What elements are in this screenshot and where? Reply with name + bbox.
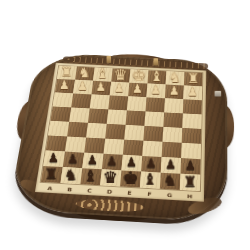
square-d6[interactable]	[108, 95, 128, 110]
square-e7[interactable]: ♟	[128, 83, 147, 98]
square-d4[interactable]	[105, 124, 125, 140]
white-pawn[interactable]: ♟	[92, 77, 110, 95]
file-label-f: F	[139, 189, 160, 198]
black-knight[interactable]: ♞	[160, 170, 180, 190]
square-e1[interactable]: ♚	[120, 170, 141, 187]
file-label-b: B	[59, 185, 80, 194]
square-f7[interactable]: ♟	[146, 84, 165, 99]
square-b7[interactable]: ♟	[73, 80, 93, 95]
square-e6[interactable]	[127, 96, 147, 111]
folding-chess-board: ♜♞♝♛♚♝♞♜♟♟♟♟♟♟♟♟♟♟♟♟♟♟♟♟♜♞♝♛♚♝♞♜ ABCDEFG…	[8, 52, 227, 223]
square-f6[interactable]	[145, 97, 164, 112]
black-knight[interactable]: ♞	[61, 164, 81, 184]
white-pawn[interactable]: ♟	[110, 78, 128, 96]
hinge-icon	[154, 58, 159, 66]
square-b5[interactable]	[69, 107, 90, 122]
white-pawn[interactable]: ♟	[73, 76, 91, 94]
white-pawn[interactable]: ♟	[128, 79, 146, 97]
square-g6[interactable]	[164, 98, 183, 113]
square-g1[interactable]: ♞	[160, 173, 181, 190]
black-rook[interactable]: ♜	[180, 171, 200, 191]
file-label-e: E	[119, 188, 140, 197]
square-c4[interactable]	[86, 123, 107, 139]
square-a5[interactable]	[50, 106, 71, 121]
square-h4[interactable]	[182, 128, 202, 144]
file-label-a: A	[39, 184, 60, 193]
black-bishop[interactable]: ♝	[140, 169, 160, 189]
square-b1[interactable]: ♞	[61, 167, 83, 184]
black-rook[interactable]: ♜	[41, 163, 61, 183]
carved-walnut-frame: ♜♞♝♛♚♝♞♜♟♟♟♟♟♟♟♟♟♟♟♟♟♟♟♟♜♞♝♛♚♝♞♜ ABCDEFG…	[8, 52, 227, 223]
square-f5[interactable]	[144, 111, 164, 126]
square-f4[interactable]	[143, 126, 163, 142]
file-label-g: G	[159, 190, 179, 199]
square-e5[interactable]	[126, 110, 146, 125]
white-pawn[interactable]: ♟	[147, 80, 165, 98]
square-h7[interactable]: ♟	[183, 86, 202, 101]
white-pawn[interactable]: ♟	[55, 75, 73, 93]
square-h5[interactable]	[182, 113, 201, 129]
square-a1[interactable]: ♜	[41, 166, 63, 183]
square-h1[interactable]: ♜	[180, 174, 200, 191]
square-c6[interactable]	[90, 94, 110, 109]
square-d1[interactable]: ♛	[100, 169, 121, 186]
hinge-icon	[107, 56, 112, 64]
square-a7[interactable]: ♟	[55, 79, 75, 94]
square-g5[interactable]	[163, 112, 182, 127]
black-queen[interactable]: ♛	[100, 167, 120, 187]
black-king[interactable]: ♚	[120, 168, 140, 188]
square-b4[interactable]	[67, 122, 88, 138]
square-b6[interactable]	[71, 93, 91, 108]
chess-board-grid: ♜♞♝♛♚♝♞♜♟♟♟♟♟♟♟♟♟♟♟♟♟♟♟♟♜♞♝♛♚♝♞♜	[41, 66, 203, 191]
file-label-h: H	[179, 192, 199, 201]
square-d5[interactable]	[107, 109, 127, 124]
square-c5[interactable]	[88, 108, 108, 123]
square-a4[interactable]	[48, 121, 69, 137]
square-g7[interactable]: ♟	[165, 85, 184, 100]
black-bishop[interactable]: ♝	[81, 166, 101, 186]
square-f1[interactable]: ♝	[140, 172, 161, 189]
file-label-d: D	[99, 187, 120, 196]
square-g4[interactable]	[162, 127, 182, 143]
square-d7[interactable]: ♟	[110, 82, 130, 97]
white-pawn[interactable]: ♟	[165, 81, 183, 99]
perspective-scene: ♜♞♝♛♚♝♞♜♟♟♟♟♟♟♟♟♟♟♟♟♟♟♟♟♜♞♝♛♚♝♞♜ ABCDEFG…	[0, 0, 250, 250]
product-photo-chess-set: ♜♞♝♛♚♝♞♜♟♟♟♟♟♟♟♟♟♟♟♟♟♟♟♟♜♞♝♛♚♝♞♜ ABCDEFG…	[0, 0, 250, 250]
light-border-strip: ♜♞♝♛♚♝♞♜♟♟♟♟♟♟♟♟♟♟♟♟♟♟♟♟♜♞♝♛♚♝♞♜ ABCDEFG…	[35, 63, 206, 202]
square-c1[interactable]: ♝	[80, 168, 102, 185]
square-c7[interactable]: ♟	[91, 81, 111, 96]
square-h6[interactable]	[183, 99, 202, 114]
shell-rosette-icon	[75, 198, 144, 213]
square-a6[interactable]	[53, 92, 73, 107]
file-label-c: C	[79, 186, 100, 195]
white-pawn[interactable]: ♟	[183, 82, 201, 100]
latch-icon	[215, 91, 222, 97]
square-e4[interactable]	[124, 125, 144, 141]
